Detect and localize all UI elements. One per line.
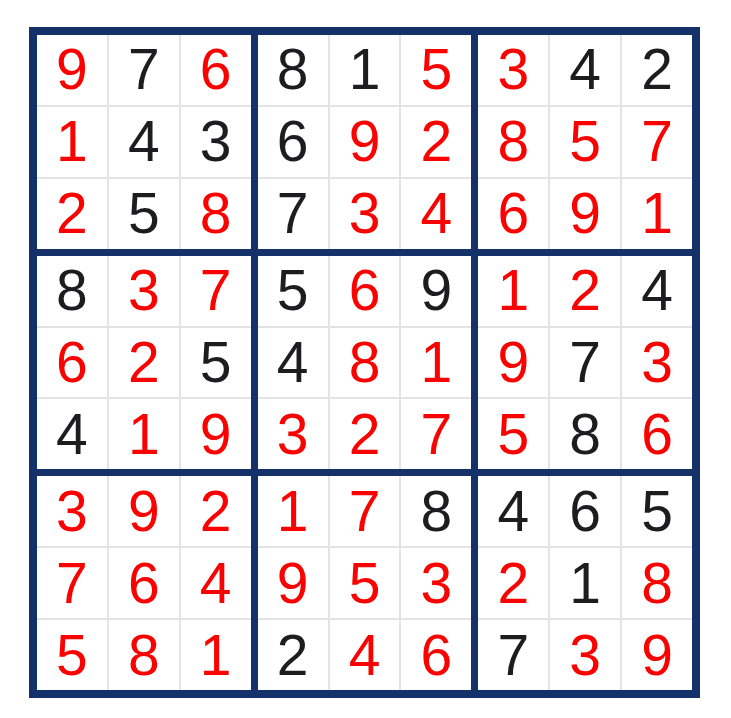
cell-r9c2[interactable]: 8 [109,620,179,690]
cell-r9c7[interactable]: 7 [478,620,548,690]
solved-digit: 1 [200,627,232,684]
solved-digit: 3 [56,483,88,540]
cell-r6c8[interactable]: 8 [550,399,620,469]
given-digit: 7 [569,334,601,391]
given-digit: 2 [277,627,309,684]
cell-r9c6[interactable]: 6 [401,620,471,690]
solved-digit: 5 [569,113,601,170]
cell-r3c1[interactable]: 2 [37,179,107,249]
cell-r4c2[interactable]: 3 [109,256,179,326]
solved-digit: 7 [200,262,232,319]
cell-r5c9[interactable]: 3 [622,328,692,398]
solved-digit: 7 [641,113,673,170]
cell-r2c6[interactable]: 2 [401,107,471,177]
cell-r4c3[interactable]: 7 [181,256,251,326]
solved-digit: 6 [200,41,232,98]
solved-digit: 7 [349,483,381,540]
solved-digit: 3 [277,406,309,463]
cell-r9c5[interactable]: 4 [330,620,400,690]
solved-digit: 5 [497,406,529,463]
solved-digit: 4 [349,627,381,684]
solved-digit: 8 [128,627,160,684]
cell-r3c4[interactable]: 7 [258,179,328,249]
cell-r8c3[interactable]: 4 [181,548,251,618]
cell-r4c9[interactable]: 4 [622,256,692,326]
cell-r6c9[interactable]: 6 [622,399,692,469]
cell-r3c9[interactable]: 1 [622,179,692,249]
cell-r8c4[interactable]: 9 [258,548,328,618]
solved-digit: 2 [349,406,381,463]
solved-digit: 8 [349,334,381,391]
cell-r6c1[interactable]: 4 [37,399,107,469]
solved-digit: 7 [421,406,453,463]
cell-r8c1[interactable]: 7 [37,548,107,618]
given-digit: 8 [277,41,309,98]
cell-r7c3[interactable]: 2 [181,476,251,546]
cell-r8c2[interactable]: 6 [109,548,179,618]
cell-r8c8[interactable]: 1 [550,548,620,618]
box-r1c1: 976143258 [37,35,251,249]
box-r2c2: 569481327 [258,256,472,470]
solved-digit: 4 [200,555,232,612]
given-digit: 7 [497,627,529,684]
cell-r9c9[interactable]: 9 [622,620,692,690]
sudoku-page: 9761432588156927343428576918376254195694… [0,0,731,718]
solved-digit: 9 [569,185,601,242]
cell-r5c6[interactable]: 1 [401,328,471,398]
box-r1c2: 815692734 [258,35,472,249]
solved-digit: 1 [421,334,453,391]
solved-digit: 3 [421,555,453,612]
cell-r4c6[interactable]: 9 [401,256,471,326]
solved-digit: 2 [56,185,88,242]
solved-digit: 3 [497,41,529,98]
given-digit: 5 [641,483,673,540]
cell-r5c7[interactable]: 9 [478,328,548,398]
solved-digit: 6 [349,262,381,319]
solved-digit: 3 [569,627,601,684]
solved-digit: 9 [641,627,673,684]
given-digit: 4 [497,483,529,540]
given-digit: 4 [56,406,88,463]
solved-digit: 8 [200,185,232,242]
cell-r2c9[interactable]: 7 [622,107,692,177]
cell-r3c5[interactable]: 3 [330,179,400,249]
cell-r1c2[interactable]: 7 [109,35,179,105]
cell-r6c7[interactable]: 5 [478,399,548,469]
cell-r9c3[interactable]: 1 [181,620,251,690]
cell-r1c8[interactable]: 4 [550,35,620,105]
given-digit: 9 [421,262,453,319]
cell-r5c4[interactable]: 4 [258,328,328,398]
cell-r4c7[interactable]: 1 [478,256,548,326]
cell-r9c8[interactable]: 3 [550,620,620,690]
solved-digit: 2 [128,334,160,391]
given-digit: 5 [277,262,309,319]
cell-r2c8[interactable]: 5 [550,107,620,177]
cell-r6c4[interactable]: 3 [258,399,328,469]
solved-digit: 8 [497,113,529,170]
cell-r3c3[interactable]: 8 [181,179,251,249]
cell-r8c9[interactable]: 8 [622,548,692,618]
solved-digit: 2 [569,262,601,319]
cell-r1c6[interactable]: 5 [401,35,471,105]
solved-digit: 3 [128,262,160,319]
solved-digit: 8 [641,555,673,612]
cell-r1c5[interactable]: 1 [330,35,400,105]
solved-digit: 6 [497,185,529,242]
given-digit: 4 [277,334,309,391]
solved-digit: 6 [128,555,160,612]
cell-r8c6[interactable]: 3 [401,548,471,618]
cell-r9c4[interactable]: 2 [258,620,328,690]
cell-r5c2[interactable]: 2 [109,328,179,398]
box-r3c1: 392764581 [37,476,251,690]
cell-r1c3[interactable]: 6 [181,35,251,105]
solved-digit: 6 [56,334,88,391]
solved-digit: 3 [349,185,381,242]
solved-digit: 6 [421,627,453,684]
given-digit: 4 [128,113,160,170]
given-digit: 5 [128,185,160,242]
cell-r5c3[interactable]: 5 [181,328,251,398]
solved-digit: 4 [421,185,453,242]
cell-r8c7[interactable]: 2 [478,548,548,618]
given-digit: 1 [349,41,381,98]
cell-r5c1[interactable]: 6 [37,328,107,398]
cell-r7c2[interactable]: 9 [109,476,179,546]
cell-r2c4[interactable]: 6 [258,107,328,177]
cell-r7c5[interactable]: 7 [330,476,400,546]
cell-r4c8[interactable]: 2 [550,256,620,326]
cell-r9c1[interactable]: 5 [37,620,107,690]
given-digit: 2 [641,41,673,98]
given-digit: 8 [569,406,601,463]
solved-digit: 2 [421,113,453,170]
solved-digit: 7 [56,555,88,612]
box-r3c3: 465218739 [478,476,692,690]
box-r3c2: 178953246 [258,476,472,690]
box-r1c3: 342857691 [478,35,692,249]
cell-r7c7[interactable]: 4 [478,476,548,546]
cell-r3c2[interactable]: 5 [109,179,179,249]
cell-r4c4[interactable]: 5 [258,256,328,326]
solved-digit: 1 [56,113,88,170]
cell-r4c5[interactable]: 6 [330,256,400,326]
given-digit: 1 [569,555,601,612]
cell-r4c1[interactable]: 8 [37,256,107,326]
cell-r7c4[interactable]: 1 [258,476,328,546]
solved-digit: 6 [641,406,673,463]
solved-digit: 1 [641,185,673,242]
given-digit: 4 [641,262,673,319]
solved-digit: 9 [128,483,160,540]
given-digit: 6 [569,483,601,540]
cell-r2c3[interactable]: 3 [181,107,251,177]
cell-r7c6[interactable]: 8 [401,476,471,546]
solved-digit: 9 [200,406,232,463]
sudoku-board: 9761432588156927343428576918376254195694… [29,27,700,698]
given-digit: 7 [277,185,309,242]
cell-r5c5[interactable]: 8 [330,328,400,398]
cell-r2c5[interactable]: 9 [330,107,400,177]
cell-r1c4[interactable]: 8 [258,35,328,105]
cell-r1c9[interactable]: 2 [622,35,692,105]
box-r2c1: 837625419 [37,256,251,470]
cell-r7c8[interactable]: 6 [550,476,620,546]
solved-digit: 9 [277,555,309,612]
cell-r1c1[interactable]: 9 [37,35,107,105]
solved-digit: 1 [277,483,309,540]
solved-digit: 5 [349,555,381,612]
box-r2c3: 124973586 [478,256,692,470]
cell-r3c8[interactable]: 9 [550,179,620,249]
cell-r6c3[interactable]: 9 [181,399,251,469]
cell-r3c7[interactable]: 6 [478,179,548,249]
solved-digit: 3 [641,334,673,391]
solved-digit: 5 [421,41,453,98]
solved-digit: 1 [128,406,160,463]
solved-digit: 9 [349,113,381,170]
cell-r1c7[interactable]: 3 [478,35,548,105]
cell-r2c2[interactable]: 4 [109,107,179,177]
solved-digit: 2 [497,555,529,612]
given-digit: 7 [128,41,160,98]
solved-digit: 9 [56,41,88,98]
given-digit: 3 [200,113,232,170]
cell-r5c8[interactable]: 7 [550,328,620,398]
cell-r6c6[interactable]: 7 [401,399,471,469]
given-digit: 5 [200,334,232,391]
cell-r6c5[interactable]: 2 [330,399,400,469]
solved-digit: 5 [56,627,88,684]
cell-r3c6[interactable]: 4 [401,179,471,249]
solved-digit: 1 [497,262,529,319]
given-digit: 8 [56,262,88,319]
solved-digit: 9 [497,334,529,391]
cell-r7c9[interactable]: 5 [622,476,692,546]
cell-r2c7[interactable]: 8 [478,107,548,177]
cell-r6c2[interactable]: 1 [109,399,179,469]
given-digit: 4 [569,41,601,98]
solved-digit: 2 [200,483,232,540]
cell-r2c1[interactable]: 1 [37,107,107,177]
cell-r8c5[interactable]: 5 [330,548,400,618]
given-digit: 8 [421,483,453,540]
given-digit: 6 [277,113,309,170]
cell-r7c1[interactable]: 3 [37,476,107,546]
